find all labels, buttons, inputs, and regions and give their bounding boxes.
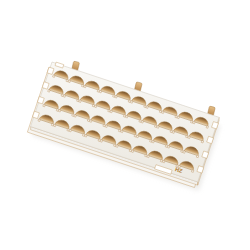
slot-notch-right	[190, 121, 192, 124]
slot-notch-right	[97, 90, 99, 93]
slot-notch-left	[74, 115, 76, 118]
slot-notch-right	[145, 154, 147, 157]
slot-notch-right	[108, 109, 110, 112]
slot-notch-right	[92, 104, 94, 107]
slot-notch-right	[98, 139, 100, 142]
slot-notch-right	[72, 114, 74, 117]
slot-notch-left	[63, 95, 65, 98]
slot-notch-left	[43, 104, 45, 107]
paint-rack-illustration: HZ	[0, 0, 250, 250]
slot-notch-right	[82, 134, 84, 137]
slot-notch-left	[141, 120, 143, 123]
slot-notch-right	[51, 123, 53, 126]
slot-notch-left	[152, 140, 154, 143]
slot-notch-right	[134, 134, 136, 137]
slot-notch-right	[118, 129, 120, 132]
slot-notch-left	[147, 155, 149, 158]
slot-notch-left	[116, 145, 118, 148]
slot-notch-right	[150, 140, 152, 143]
slot-notch-left	[162, 111, 164, 114]
slot-notch-right	[160, 160, 162, 163]
slot-notch-left	[100, 140, 102, 143]
slot-notch-left	[105, 125, 107, 128]
slot-notch-left	[115, 95, 117, 98]
slot-notch-right	[66, 79, 68, 82]
slot-notch-left	[94, 105, 96, 108]
slot-notch-right	[206, 126, 208, 129]
slot-notch-left	[110, 110, 112, 113]
slot-notch-left	[79, 100, 81, 103]
slot-notch-right	[114, 144, 116, 147]
slot-notch-left	[84, 85, 86, 88]
slot-notch-right	[186, 135, 188, 138]
slot-notch-right	[128, 100, 130, 103]
slot-notch-right	[191, 170, 193, 173]
slot-notch-left	[131, 150, 133, 153]
slot-notch-right	[154, 125, 156, 128]
slot-notch-left	[69, 129, 71, 132]
slot-notch-right	[67, 129, 69, 132]
slot-notch-left	[183, 151, 185, 154]
slot-notch-left	[53, 75, 55, 78]
slot-notch-right	[77, 99, 79, 102]
slot-notch-right	[61, 94, 63, 97]
slot-notch-right	[87, 119, 89, 122]
slot-notch-left	[121, 130, 123, 133]
slot-notch-left	[162, 160, 164, 163]
slot-notch-right	[175, 115, 177, 118]
slot-notch-right	[165, 145, 167, 148]
slot-notch-right	[159, 110, 161, 113]
product-photo-canvas: HZ	[0, 0, 250, 250]
slot-notch-right	[123, 115, 125, 118]
slot-notch-left	[167, 146, 169, 149]
slot-notch-right	[181, 150, 183, 153]
slot-notch-right	[103, 124, 105, 127]
slot-notch-left	[126, 115, 128, 118]
slot-notch-left	[48, 90, 50, 93]
slot-notch-right	[196, 155, 198, 158]
slot-notch-left	[130, 101, 132, 104]
slot-notch-right	[170, 130, 172, 133]
slot-notch-left	[54, 124, 56, 127]
slot-notch-left	[85, 134, 87, 137]
slot-notch-left	[90, 120, 92, 123]
slot-notch-right	[144, 105, 146, 108]
slot-notch-left	[68, 80, 70, 83]
slot-notch-right	[113, 95, 115, 98]
slot-notch-left	[99, 90, 101, 93]
slot-notch-right	[139, 120, 141, 123]
slot-notch-left	[136, 135, 138, 138]
slot-notch-left	[58, 109, 60, 112]
slot-notch-left	[188, 136, 190, 139]
slot-notch-left	[172, 131, 174, 134]
slot-notch-left	[146, 106, 148, 109]
slot-notch-right	[56, 109, 58, 112]
slot-notch-right	[201, 140, 203, 143]
slot-notch-left	[193, 121, 195, 124]
slot-notch-left	[157, 126, 159, 129]
slot-notch-right	[129, 149, 131, 152]
slot-notch-right	[82, 84, 84, 87]
slot-notch-left	[177, 116, 179, 119]
slot-notch-left	[38, 119, 40, 122]
